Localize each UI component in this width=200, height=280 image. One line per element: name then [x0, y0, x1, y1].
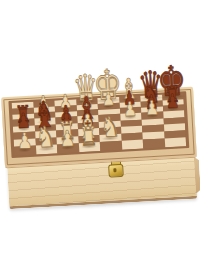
product-photo: ♟♞♟♜♜♝♞♟♟♟♟♟♟♛♚♝♟♝♟♟♜♞♟♝♟♟♟♟♞♜♛♚	[0, 0, 200, 280]
dark-pawn-h6: ♟	[166, 91, 181, 111]
light-pawn-g5: ♟	[144, 98, 159, 119]
light-rook-d1: ♜	[79, 123, 99, 150]
light-knight-b1: ♞	[35, 123, 57, 153]
chess-set-box: ♟♞♟♜♜♝♞♟♟♟♟♟♟♛♚♝♟♝♟♟♜♞♟♝♟♟♟♟♞♜♛♚	[0, 0, 200, 280]
light-pawn-a1: ♟	[16, 130, 33, 153]
pieces-layer: ♟♞♟♜♜♝♞♟♟♟♟♟♟♛♚♝♟♝♟♟♜♞♟♝♟♟♟♟♞♜♛♚	[0, 0, 200, 280]
light-knight-e2: ♞	[99, 112, 120, 141]
light-pawn-e7: ♟	[101, 89, 115, 108]
light-pawn-f5: ♟	[123, 99, 138, 120]
light-pawn-c1: ♟	[59, 128, 76, 151]
